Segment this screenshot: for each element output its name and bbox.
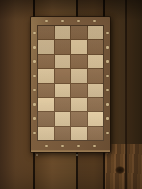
light-square xyxy=(88,112,104,125)
dark-square xyxy=(88,69,104,82)
inlay-dot xyxy=(106,132,109,135)
inlay-dot xyxy=(106,103,109,106)
inlay-dot xyxy=(106,117,109,120)
inlay-dot xyxy=(77,20,80,23)
light-square xyxy=(55,55,71,68)
inlay-dot xyxy=(106,32,109,35)
light-square xyxy=(55,112,71,125)
light-square xyxy=(71,127,87,140)
dark-square xyxy=(71,112,87,125)
light-square xyxy=(88,55,104,68)
inlay-dot xyxy=(61,145,64,148)
dark-square xyxy=(55,69,71,82)
dark-square xyxy=(55,40,71,53)
light-square xyxy=(38,98,54,111)
light-square xyxy=(38,127,54,140)
light-square xyxy=(71,98,87,111)
inlay-dot xyxy=(106,89,109,92)
dark-square xyxy=(88,40,104,53)
inlay-dot xyxy=(106,75,109,78)
light-square xyxy=(38,40,54,53)
plank-seam xyxy=(125,0,127,189)
board-edge-bevel xyxy=(31,150,110,152)
dark-square xyxy=(88,127,104,140)
dark-square xyxy=(88,98,104,111)
light-square xyxy=(55,84,71,97)
light-square xyxy=(88,26,104,39)
dark-square xyxy=(55,127,71,140)
hinge-glint xyxy=(36,154,38,156)
inlay-dot xyxy=(106,46,109,49)
light-square xyxy=(55,26,71,39)
light-square xyxy=(38,69,54,82)
dark-square xyxy=(38,55,54,68)
wood-knot xyxy=(115,166,125,174)
inlay-dot xyxy=(77,145,80,148)
inlay-dot xyxy=(33,132,36,135)
inlay-dot xyxy=(45,145,48,148)
inlay-dot xyxy=(106,60,109,63)
inlay-dot xyxy=(33,46,36,49)
inlay-dot xyxy=(33,89,36,92)
inlay-dot xyxy=(93,145,96,148)
light-square xyxy=(71,69,87,82)
dark-square xyxy=(71,84,87,97)
chess-board xyxy=(31,17,110,152)
board-grid xyxy=(37,25,104,141)
light-square xyxy=(88,84,104,97)
inlay-dot xyxy=(33,75,36,78)
inlay-dot xyxy=(33,32,36,35)
light-square xyxy=(71,40,87,53)
dark-square xyxy=(38,26,54,39)
inlay-dot xyxy=(33,117,36,120)
inlay-dot xyxy=(93,20,96,23)
hinge-glint xyxy=(76,154,78,156)
dark-square xyxy=(71,55,87,68)
dark-square xyxy=(38,112,54,125)
floor-plank xyxy=(0,0,35,189)
photo-scene xyxy=(0,0,142,189)
inlay-dot xyxy=(33,60,36,63)
dark-square xyxy=(38,84,54,97)
inlay-dot xyxy=(61,20,64,23)
inlay-dot xyxy=(33,103,36,106)
dark-square xyxy=(55,98,71,111)
inlay-dot xyxy=(45,20,48,23)
dark-square xyxy=(71,26,87,39)
